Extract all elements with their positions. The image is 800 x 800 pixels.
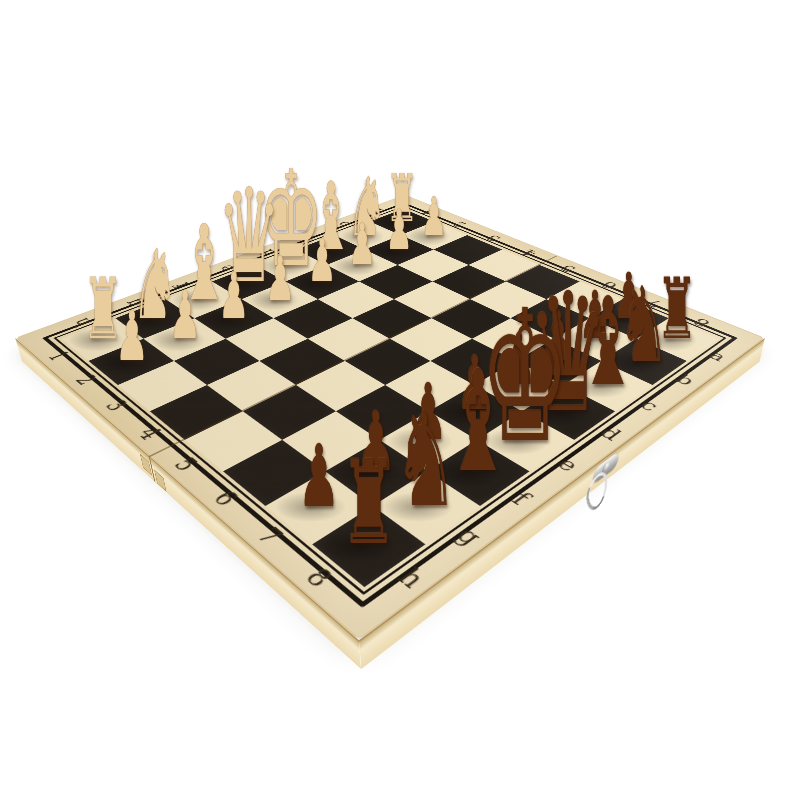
clasp-loop-icon — [585, 466, 608, 518]
square-d7 — [474, 361, 563, 411]
square-g5 — [243, 385, 336, 440]
square-h8 — [312, 506, 425, 587]
board-top-surface: 12345678 12345678 abcdefgh abcdefgh — [15, 195, 765, 641]
square-b8 — [601, 339, 686, 385]
square-e8 — [477, 411, 574, 471]
square-f7 — [380, 411, 477, 471]
square-h5 — [185, 411, 282, 471]
square-h3 — [118, 361, 207, 411]
chess-board: 12345678 12345678 abcdefgh abcdefgh — [15, 195, 765, 641]
square-h2 — [88, 339, 173, 385]
square-f8 — [427, 440, 529, 506]
square-h6 — [223, 440, 325, 506]
square-f6 — [336, 385, 429, 440]
square-e5 — [345, 339, 430, 385]
square-g7 — [325, 440, 427, 506]
hinge-block-icon — [154, 469, 166, 491]
square-e6 — [385, 361, 474, 411]
product-photo-scene: 12345678 12345678 abcdefgh abcdefgh ♜♟♞♟… — [0, 0, 800, 800]
square-h4 — [150, 385, 243, 440]
square-h7 — [265, 471, 372, 544]
squares-grid — [61, 209, 718, 587]
square-d6 — [430, 339, 515, 385]
square-d8 — [522, 385, 615, 440]
square-c8 — [563, 361, 652, 411]
square-f4 — [259, 339, 344, 385]
square-g6 — [282, 411, 379, 471]
square-g3 — [174, 339, 259, 385]
square-g4 — [207, 361, 296, 411]
square-g8 — [373, 471, 480, 544]
square-c7 — [516, 339, 601, 385]
square-e7 — [429, 385, 522, 440]
square-f5 — [296, 361, 385, 411]
